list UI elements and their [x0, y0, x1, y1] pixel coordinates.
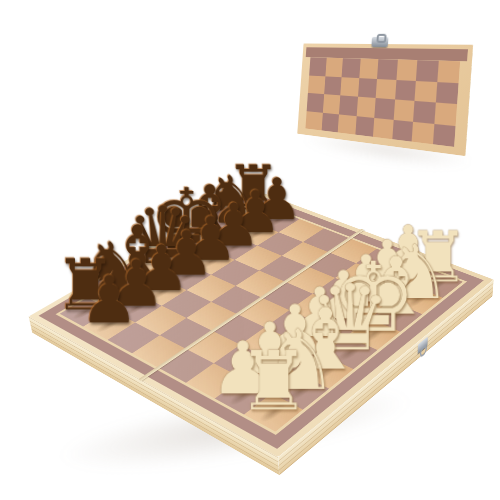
box-lid-square — [435, 82, 458, 105]
box-lid-square — [395, 79, 416, 100]
box-lid-square — [321, 112, 339, 132]
box-lid-square — [437, 61, 460, 83]
box-lid-square — [412, 121, 434, 144]
clasp-icon — [371, 37, 388, 47]
box-lid-square — [413, 101, 435, 123]
rook-glyph: ♜ — [237, 341, 310, 422]
box-lid-square — [374, 98, 394, 119]
box-lid-square — [416, 60, 438, 81]
product-photo-chess-set: ♜♞♝♛♚♝♞♜♟♟♟♟♟♟♟♟♟♟♟♟♟♟♟♟♜♞♝♛♚♝♞♜ — [0, 0, 500, 500]
box-lid-square — [340, 77, 359, 97]
box-lid-square — [356, 97, 375, 118]
box-lid-square — [414, 80, 436, 102]
box-lid-square — [376, 79, 396, 100]
chess-board: ♜♞♝♛♚♝♞♜♟♟♟♟♟♟♟♟♟♟♟♟♟♟♟♟♜♞♝♛♚♝♞♜ — [29, 188, 494, 457]
box-lid-square — [339, 95, 358, 115]
box-lid-square — [359, 59, 378, 79]
box-lid-square — [377, 59, 397, 79]
box-lid-square — [358, 78, 377, 98]
box-lid-square — [324, 76, 342, 95]
box-lid-square — [393, 99, 414, 121]
box-lid-square — [305, 111, 322, 131]
box-lid-square — [325, 58, 343, 77]
box-lid-square — [322, 94, 340, 114]
box-lid-square — [309, 57, 326, 76]
box-lid-square — [355, 116, 374, 137]
box-lid-square — [373, 117, 393, 139]
box-lid-square — [396, 60, 417, 81]
pawn-glyph: ♟ — [80, 267, 139, 332]
box-lid-square — [307, 93, 324, 112]
box-lid-square — [338, 114, 357, 135]
box-lid-square — [434, 102, 457, 125]
box-lid-square — [342, 58, 361, 77]
box-lid-square — [432, 123, 455, 147]
box-lid-square — [308, 75, 325, 94]
box-lid-square — [392, 119, 413, 141]
